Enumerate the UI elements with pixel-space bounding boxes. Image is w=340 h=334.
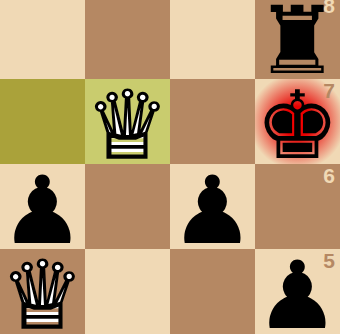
white-queen-f7[interactable]: ♛ ♕	[85, 79, 170, 164]
chess-board-screenshot: ♜ 8 ♛ ♕ ♚ 7 ♟ ♟	[0, 0, 340, 334]
square-g6[interactable]: ♟	[170, 164, 255, 249]
black-pawn-glyph: ♟	[170, 163, 254, 257]
white-queen-outline-glyph: ♕	[85, 78, 169, 172]
chess-board: ♜ 8 ♛ ♕ ♚ 7 ♟ ♟	[0, 0, 340, 334]
square-e6[interactable]: ♟	[0, 164, 85, 249]
square-f8[interactable]	[85, 0, 170, 79]
square-e7-lastmove-highlight[interactable]	[0, 79, 85, 164]
square-g8[interactable]	[170, 0, 255, 79]
rank-label-6: 6	[323, 165, 335, 186]
square-h7[interactable]: ♚ 7	[255, 79, 340, 164]
square-f5[interactable]	[85, 249, 170, 334]
rank-label-8: 8	[323, 0, 335, 16]
white-queen-outline-glyph: ♕	[0, 248, 84, 334]
square-f7-lastmove-highlight[interactable]: ♛ ♕	[85, 79, 170, 164]
square-h8[interactable]: ♜ 8	[255, 0, 340, 79]
square-e8[interactable]	[0, 0, 85, 79]
rank-label-7: 7	[323, 80, 335, 101]
square-e5[interactable]: ♛ ♕	[0, 249, 85, 334]
square-g7[interactable]	[170, 79, 255, 164]
square-h5[interactable]: ♟ 5	[255, 249, 340, 334]
white-queen-e5[interactable]: ♛ ♕	[0, 249, 85, 334]
black-pawn-e6[interactable]: ♟	[0, 164, 85, 249]
black-pawn-g6[interactable]: ♟	[170, 164, 255, 249]
rank-label-5: 5	[323, 250, 335, 271]
